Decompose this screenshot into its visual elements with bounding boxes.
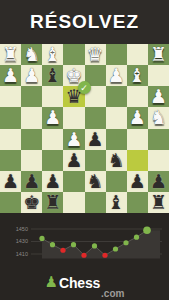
black-bishop-icon: ♝ [108, 193, 125, 212]
square-b8[interactable] [127, 192, 148, 213]
black-king-icon: ♚ [23, 193, 40, 212]
square-g7[interactable]: ♟ [21, 171, 42, 192]
square-b3[interactable] [127, 86, 148, 107]
square-d7[interactable]: ♞ [85, 171, 106, 192]
square-h3[interactable] [0, 86, 21, 107]
square-e4[interactable] [63, 107, 84, 128]
square-f1[interactable]: ♝ [42, 44, 63, 65]
square-h2[interactable]: ♟ [0, 65, 21, 86]
white-knight-icon: ♞ [150, 108, 167, 127]
chess-board[interactable]: ♜♞♝♛♜♟♟♝♚♟♝♛✓♟♟♟♞♟♟♟♞♟♟♟♞♟♟♚♜♝♜ [0, 44, 169, 213]
square-d8[interactable] [85, 192, 106, 213]
square-b1[interactable] [127, 44, 148, 65]
square-e8[interactable] [63, 192, 84, 213]
white-rook-icon: ♜ [2, 45, 19, 64]
square-b5[interactable] [127, 129, 148, 150]
black-rook-icon: ♜ [150, 193, 167, 212]
chesscom-logo[interactable]: ♟ Chess .com [0, 265, 169, 300]
square-h7[interactable]: ♟ [0, 171, 21, 192]
black-rook-icon: ♜ [44, 193, 61, 212]
square-g5[interactable] [21, 129, 42, 150]
square-a5[interactable] [148, 129, 169, 150]
square-f6[interactable] [42, 150, 63, 171]
square-f4[interactable]: ♟ [42, 107, 63, 128]
banner: RÉSOLVEZ [0, 0, 169, 44]
square-a2[interactable] [148, 65, 169, 86]
square-c4[interactable] [106, 107, 127, 128]
black-knight-icon: ♞ [87, 172, 104, 191]
square-b6[interactable] [127, 150, 148, 171]
white-bishop-icon: ♝ [44, 45, 61, 64]
square-c2[interactable]: ♟ [106, 65, 127, 86]
solved-check-icon: ✓ [78, 81, 91, 94]
square-a6[interactable] [148, 150, 169, 171]
white-queen-icon: ♛ [87, 45, 104, 64]
white-pawn-icon: ♟ [129, 108, 146, 127]
square-c3[interactable] [106, 86, 127, 107]
square-c5[interactable] [106, 129, 127, 150]
square-g6[interactable] [21, 150, 42, 171]
square-b7[interactable]: ♟ [127, 171, 148, 192]
svg-text:1410: 1410 [16, 251, 28, 257]
square-g8[interactable]: ♚ [21, 192, 42, 213]
square-a7[interactable]: ♟ [148, 171, 169, 192]
square-e1[interactable] [63, 44, 84, 65]
black-knight-icon: ♞ [108, 151, 125, 170]
square-e3[interactable]: ♛✓ [63, 86, 84, 107]
square-f5[interactable] [42, 129, 63, 150]
logo-name: Chess [59, 275, 100, 291]
square-a1[interactable]: ♜ [148, 44, 169, 65]
svg-text:1450: 1450 [16, 226, 28, 232]
square-g3[interactable] [21, 86, 42, 107]
white-pawn-icon: ♟ [150, 87, 167, 106]
square-f8[interactable]: ♜ [42, 192, 63, 213]
square-a8[interactable]: ♜ [148, 192, 169, 213]
black-pawn-icon: ♟ [150, 172, 167, 191]
white-pawn-icon: ♟ [65, 130, 82, 149]
svg-text:1430: 1430 [16, 238, 28, 244]
square-g4[interactable] [21, 107, 42, 128]
rating-chart-svg: 145014301410 [0, 213, 169, 265]
square-e7[interactable] [63, 171, 84, 192]
square-c1[interactable] [106, 44, 127, 65]
white-bishop-icon: ♝ [129, 66, 146, 85]
square-e6[interactable]: ♟ [63, 150, 84, 171]
black-pawn-icon: ♟ [2, 172, 19, 191]
chess-puzzle-ad: RÉSOLVEZ ♜♞♝♛♜♟♟♝♚♟♝♛✓♟♟♟♞♟♟♟♞♟♟♟♞♟♟♚♜♝♜… [0, 0, 169, 300]
bottom-panel: 145014301410 ♟ Chess .com [0, 213, 169, 300]
square-h8[interactable] [0, 192, 21, 213]
black-pawn-icon: ♟ [23, 172, 40, 191]
square-c6[interactable]: ♞ [106, 150, 127, 171]
square-d1[interactable]: ♛ [85, 44, 106, 65]
pawn-logo-icon: ♟ [45, 275, 58, 290]
white-pawn-icon: ♟ [2, 66, 19, 85]
square-b4[interactable]: ♟ [127, 107, 148, 128]
white-knight-icon: ♞ [23, 45, 40, 64]
square-f7[interactable]: ♟ [42, 171, 63, 192]
square-g1[interactable]: ♞ [21, 44, 42, 65]
square-c8[interactable]: ♝ [106, 192, 127, 213]
square-h4[interactable] [0, 107, 21, 128]
black-pawn-icon: ♟ [44, 172, 61, 191]
black-bishop-icon: ♝ [44, 66, 61, 85]
black-pawn-icon: ♟ [129, 172, 146, 191]
square-h6[interactable] [0, 150, 21, 171]
black-pawn-icon: ♟ [87, 130, 104, 149]
white-rook-icon: ♜ [150, 45, 167, 64]
square-c7[interactable] [106, 171, 127, 192]
square-h5[interactable] [0, 129, 21, 150]
logo-tld: .com [101, 288, 124, 300]
square-a4[interactable]: ♞ [148, 107, 169, 128]
square-f2[interactable]: ♝ [42, 65, 63, 86]
white-pawn-icon: ♟ [108, 66, 125, 85]
banner-title: RÉSOLVEZ [30, 11, 139, 33]
rating-chart: 145014301410 [0, 213, 169, 265]
square-e5[interactable]: ♟ [63, 129, 84, 150]
square-d6[interactable] [85, 150, 106, 171]
square-b2[interactable]: ♝ [127, 65, 148, 86]
square-a3[interactable]: ♟ [148, 86, 169, 107]
white-pawn-icon: ♟ [44, 108, 61, 127]
square-d4[interactable] [85, 107, 106, 128]
square-h1[interactable]: ♜ [0, 44, 21, 65]
square-g2[interactable]: ♟ [21, 65, 42, 86]
square-d5[interactable]: ♟ [85, 129, 106, 150]
black-pawn-icon: ♟ [65, 151, 82, 170]
square-f3[interactable] [42, 86, 63, 107]
white-pawn-icon: ♟ [23, 66, 40, 85]
